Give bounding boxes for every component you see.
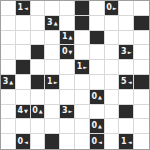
black-cell-r2c10 — [134, 16, 149, 31]
clue-cell-r5c6: 1► — [75, 60, 90, 75]
arrow-up-icon: ▲ — [39, 109, 43, 114]
cell-r2c2[interactable] — [16, 16, 31, 31]
cell-r9c9[interactable] — [119, 119, 134, 134]
cell-r8c7[interactable] — [90, 105, 105, 120]
clue-number: 0 — [32, 107, 38, 115]
cell-r8c8[interactable] — [105, 105, 120, 120]
cell-r2c9[interactable] — [119, 16, 134, 31]
cell-r1c4[interactable] — [45, 1, 60, 16]
clue-cell-r6c1: 3▲ — [1, 75, 16, 90]
cell-r1c9[interactable] — [119, 1, 134, 16]
clue-label: 0► — [106, 4, 116, 12]
arrow-up-icon: ▲ — [98, 124, 102, 129]
arrow-right-icon: ► — [113, 6, 117, 11]
cell-r2c8[interactable] — [105, 16, 120, 31]
cell-r2c3[interactable] — [31, 16, 46, 31]
cell-r2c1[interactable] — [1, 16, 16, 31]
cell-r10c3[interactable] — [31, 134, 46, 149]
clue-number: 0 — [106, 4, 112, 12]
clue-number: 0 — [91, 122, 97, 130]
cell-r9c6[interactable] — [75, 119, 90, 134]
cell-r6c2[interactable] — [16, 75, 31, 90]
clue-number: 3 — [121, 48, 127, 56]
clue-cell-r8c2: 4▼ — [16, 105, 31, 120]
black-cell-r10c4 — [45, 134, 60, 149]
clue-label: 5◄ — [121, 78, 131, 86]
clue-number: 1 — [62, 33, 68, 41]
cell-r9c5[interactable] — [60, 119, 75, 134]
arrow-up-icon: ▲ — [9, 80, 13, 85]
cell-r3c9[interactable] — [119, 31, 134, 46]
cell-r3c2[interactable] — [16, 31, 31, 46]
cell-r7c1[interactable] — [1, 90, 16, 105]
cell-r5c8[interactable] — [105, 60, 120, 75]
clue-cell-r3c5: 1▲ — [60, 31, 75, 46]
clue-number: 5 — [121, 78, 127, 86]
clue-label: 1► — [77, 63, 87, 71]
arrow-right-icon: ► — [54, 80, 58, 85]
cell-r3c10[interactable] — [134, 31, 149, 46]
clue-label: 3► — [121, 48, 131, 56]
cell-r3c8[interactable] — [105, 31, 120, 46]
arrow-left-icon: ◄ — [24, 140, 28, 145]
cell-r4c1[interactable] — [1, 45, 16, 60]
clue-cell-r1c2: 1◄ — [16, 1, 31, 16]
clue-number: 0 — [17, 138, 23, 146]
clue-label: 1◄ — [121, 138, 131, 146]
cell-r3c1[interactable] — [1, 31, 16, 46]
clue-label: 3▲ — [47, 19, 57, 27]
clue-label: 3▲ — [3, 78, 13, 86]
clue-cell-r10c7: 0◄ — [90, 134, 105, 149]
arrow-left-icon: ◄ — [128, 140, 132, 145]
black-cell-r4c3 — [31, 45, 46, 60]
clue-cell-r2c4: 3▲ — [45, 16, 60, 31]
cell-r5c7[interactable] — [90, 60, 105, 75]
cell-r3c3[interactable] — [31, 31, 46, 46]
cell-r9c8[interactable] — [105, 119, 120, 134]
cell-r10c5[interactable] — [60, 134, 75, 149]
cell-r9c10[interactable] — [134, 119, 149, 134]
cell-r10c6[interactable] — [75, 134, 90, 149]
cell-r7c4[interactable] — [45, 90, 60, 105]
cell-r4c10[interactable] — [134, 45, 149, 60]
cell-r2c7[interactable] — [90, 16, 105, 31]
black-cell-r6c3 — [31, 75, 46, 90]
clue-number: 0 — [91, 138, 97, 146]
cell-r5c1[interactable] — [1, 60, 16, 75]
clue-label: 1▲ — [62, 33, 72, 41]
arrow-up-icon: ▲ — [68, 35, 72, 40]
clue-label: 0▲ — [91, 122, 101, 130]
yajilin-board: 1◄0►3▲1▲0▼3►1►3▲1►5◄0▲4▼0▲3►0▲0◄0◄1◄ — [0, 0, 150, 150]
clue-label: 0▲ — [91, 93, 101, 101]
arrow-up-icon: ▲ — [54, 21, 58, 26]
cell-r5c9[interactable] — [119, 60, 134, 75]
clue-number: 0 — [91, 93, 97, 101]
black-cell-r6c10 — [134, 75, 149, 90]
black-cell-r3c7 — [90, 31, 105, 46]
cell-r4c8[interactable] — [105, 45, 120, 60]
black-cell-r1c6 — [75, 1, 90, 16]
clue-cell-r10c2: 0◄ — [16, 134, 31, 149]
clue-number: 3 — [62, 107, 68, 115]
clue-label: 1◄ — [17, 4, 27, 12]
cell-r6c7[interactable] — [90, 75, 105, 90]
cell-r7c6[interactable] — [75, 90, 90, 105]
clue-label: 3► — [62, 107, 72, 115]
cell-r8c4[interactable] — [45, 105, 60, 120]
black-cell-r2c6 — [75, 16, 90, 31]
cell-r5c5[interactable] — [60, 60, 75, 75]
cell-r9c2[interactable] — [16, 119, 31, 134]
arrow-up-icon: ▲ — [98, 95, 102, 100]
clue-cell-r6c9: 5◄ — [119, 75, 134, 90]
cell-r5c4[interactable] — [45, 60, 60, 75]
clue-cell-r8c3: 0▲ — [31, 105, 46, 120]
clue-cell-r7c7: 0▲ — [90, 90, 105, 105]
arrow-right-icon: ► — [128, 50, 132, 55]
clue-label: 0▼ — [62, 48, 72, 56]
black-cell-r8c9 — [119, 105, 134, 120]
clue-label: 0◄ — [91, 138, 101, 146]
cell-r9c3[interactable] — [31, 119, 46, 134]
arrow-left-icon: ◄ — [98, 140, 102, 145]
clue-number: 3 — [47, 19, 53, 27]
cell-r8c6[interactable] — [75, 105, 90, 120]
cell-r5c10[interactable] — [134, 60, 149, 75]
clue-cell-r1c8: 0► — [105, 1, 120, 16]
clue-number: 3 — [3, 78, 9, 86]
clue-number: 0 — [62, 48, 68, 56]
arrow-left-icon: ◄ — [24, 6, 28, 11]
cell-r1c3[interactable] — [31, 1, 46, 16]
cell-r10c10[interactable] — [134, 134, 149, 149]
clue-label: 1► — [47, 78, 57, 86]
cell-r4c6[interactable] — [75, 45, 90, 60]
cell-r7c5[interactable] — [60, 90, 75, 105]
cell-r9c1[interactable] — [1, 119, 16, 134]
cell-r7c10[interactable] — [134, 90, 149, 105]
cell-r7c3[interactable] — [31, 90, 46, 105]
clue-label: 4▼ — [17, 107, 27, 115]
clue-number: 4 — [17, 107, 23, 115]
cell-r3c6[interactable] — [75, 31, 90, 46]
cell-r6c5[interactable] — [60, 75, 75, 90]
clue-cell-r8c5: 3► — [60, 105, 75, 120]
cell-r9c4[interactable] — [45, 119, 60, 134]
arrow-down-icon: ▼ — [68, 50, 72, 55]
black-cell-r5c2 — [16, 60, 31, 75]
arrow-down-icon: ▼ — [24, 109, 28, 114]
cell-r6c8[interactable] — [105, 75, 120, 90]
cell-r4c7[interactable] — [90, 45, 105, 60]
arrow-right-icon: ► — [83, 65, 87, 70]
cell-r4c4[interactable] — [45, 45, 60, 60]
clue-number: 1 — [17, 4, 23, 12]
cell-r4c2[interactable] — [16, 45, 31, 60]
clue-number: 1 — [77, 63, 83, 71]
clue-cell-r6c4: 1► — [45, 75, 60, 90]
clue-cell-r4c5: 0▼ — [60, 45, 75, 60]
cell-r1c10[interactable] — [134, 1, 149, 16]
cell-r1c5[interactable] — [60, 1, 75, 16]
clue-number: 1 — [47, 78, 53, 86]
cell-r8c10[interactable] — [134, 105, 149, 120]
cell-r2c5[interactable] — [60, 16, 75, 31]
cell-r3c4[interactable] — [45, 31, 60, 46]
cell-r7c8[interactable] — [105, 90, 120, 105]
cell-r10c1[interactable] — [1, 134, 16, 149]
cell-r5c3[interactable] — [31, 60, 46, 75]
clue-cell-r4c9: 3► — [119, 45, 134, 60]
clue-cell-r9c7: 0▲ — [90, 119, 105, 134]
cell-r7c2[interactable] — [16, 90, 31, 105]
clue-label: 0▲ — [32, 107, 42, 115]
cell-r1c7[interactable] — [90, 1, 105, 16]
arrow-left-icon: ◄ — [128, 80, 132, 85]
clue-label: 0◄ — [17, 138, 27, 146]
arrow-right-icon: ► — [68, 109, 72, 114]
clue-number: 1 — [121, 138, 127, 146]
cell-r6c6[interactable] — [75, 75, 90, 90]
clue-cell-r10c9: 1◄ — [119, 134, 134, 149]
cell-r8c1[interactable] — [1, 105, 16, 120]
cell-r7c9[interactable] — [119, 90, 134, 105]
cell-r10c8[interactable] — [105, 134, 120, 149]
cell-r1c1[interactable] — [1, 1, 16, 16]
